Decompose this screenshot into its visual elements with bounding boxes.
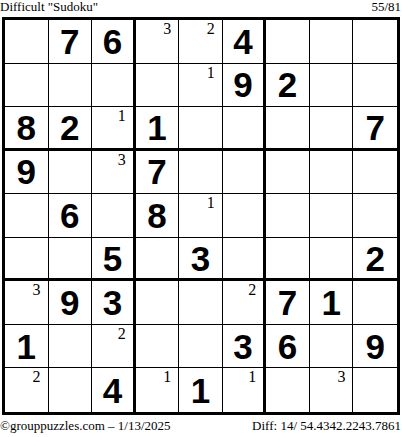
cell-r1c9[interactable] <box>353 20 397 64</box>
cell-r8c3[interactable]: 2 <box>92 325 136 369</box>
cell-r7c2[interactable]: 9 <box>49 281 93 325</box>
cell-r5c1[interactable] <box>5 194 49 238</box>
cell-r1c5[interactable]: 2 <box>179 20 223 64</box>
given-digit: 4 <box>233 24 252 59</box>
cell-r6c2[interactable] <box>49 238 93 282</box>
given-digit: 3 <box>103 285 122 320</box>
cell-r4c1[interactable]: 9 <box>5 151 49 195</box>
cell-r4c9[interactable] <box>353 151 397 195</box>
pencil-mark: 2 <box>118 325 126 342</box>
cell-r6c5[interactable]: 3 <box>179 238 223 282</box>
cell-r3c4[interactable]: 1 <box>136 107 180 151</box>
pencil-mark: 1 <box>163 368 171 385</box>
cell-r1c8[interactable] <box>310 20 354 64</box>
cell-r5c4[interactable]: 8 <box>136 194 180 238</box>
given-digit: 2 <box>60 110 79 145</box>
cell-r4c3[interactable]: 3 <box>92 151 136 195</box>
given-digit: 1 <box>191 373 210 408</box>
cell-r8c7[interactable]: 6 <box>266 325 310 369</box>
sudoku-board: 763241928211793768153239327112369241113 <box>2 17 400 415</box>
given-digit: 1 <box>17 329 36 364</box>
cell-r3c2[interactable]: 2 <box>49 107 93 151</box>
given-digit: 1 <box>147 110 166 145</box>
page-title: Difficult "Sudoku" <box>0 0 98 14</box>
cell-r8c1[interactable]: 1 <box>5 325 49 369</box>
cell-r9c4[interactable]: 1 <box>136 368 180 412</box>
cell-r9c9[interactable] <box>353 368 397 412</box>
given-digit: 7 <box>365 110 384 145</box>
cell-r4c2[interactable] <box>49 151 93 195</box>
cell-r3c8[interactable] <box>310 107 354 151</box>
cell-r1c2[interactable]: 7 <box>49 20 93 64</box>
cell-r7c1[interactable]: 3 <box>5 281 49 325</box>
cell-r3c9[interactable]: 7 <box>353 107 397 151</box>
cell-r9c8[interactable]: 3 <box>310 368 354 412</box>
cell-r6c8[interactable] <box>310 238 354 282</box>
pencil-mark: 3 <box>118 151 126 168</box>
cell-r2c1[interactable] <box>5 64 49 108</box>
cell-r7c4[interactable] <box>136 281 180 325</box>
cell-r6c1[interactable] <box>5 238 49 282</box>
cell-r4c6[interactable] <box>223 151 267 195</box>
cell-r9c3[interactable]: 4 <box>92 368 136 412</box>
pencil-mark: 1 <box>248 368 256 385</box>
cell-r3c3[interactable]: 1 <box>92 107 136 151</box>
given-digit: 9 <box>365 329 384 364</box>
cell-r8c5[interactable] <box>179 325 223 369</box>
cell-r5c5[interactable]: 1 <box>179 194 223 238</box>
given-digit: 9 <box>17 154 36 189</box>
cell-r3c5[interactable] <box>179 107 223 151</box>
cell-r9c2[interactable] <box>49 368 93 412</box>
cell-r4c5[interactable] <box>179 151 223 195</box>
cell-r6c7[interactable] <box>266 238 310 282</box>
cell-r1c7[interactable] <box>266 20 310 64</box>
cell-r6c4[interactable] <box>136 238 180 282</box>
pencil-mark: 1 <box>207 64 215 81</box>
given-digit: 6 <box>60 198 79 233</box>
cell-r5c6[interactable] <box>223 194 267 238</box>
cell-r8c2[interactable] <box>49 325 93 369</box>
cell-r1c3[interactable]: 6 <box>92 20 136 64</box>
cell-r9c5[interactable]: 1 <box>179 368 223 412</box>
cell-r8c4[interactable] <box>136 325 180 369</box>
pencil-mark: 3 <box>337 368 345 385</box>
cell-r8c6[interactable]: 3 <box>223 325 267 369</box>
cell-r4c4[interactable]: 7 <box>136 151 180 195</box>
pencil-mark: 3 <box>163 20 171 37</box>
cell-r3c6[interactable] <box>223 107 267 151</box>
pencil-mark: 1 <box>118 107 126 124</box>
cell-r5c3[interactable] <box>92 194 136 238</box>
given-digit: 8 <box>147 198 166 233</box>
given-digit: 9 <box>60 285 79 320</box>
given-digit: 7 <box>60 24 79 59</box>
pencil-mark: 1 <box>207 194 215 211</box>
given-digit: 3 <box>191 241 210 276</box>
given-digit: 8 <box>17 110 36 145</box>
cell-r7c5[interactable] <box>179 281 223 325</box>
cell-r7c6[interactable]: 2 <box>223 281 267 325</box>
given-digit: 2 <box>278 67 297 102</box>
cell-r1c1[interactable] <box>5 20 49 64</box>
given-digit: 9 <box>233 67 252 102</box>
pencil-mark: 2 <box>207 20 215 37</box>
given-digit: 1 <box>321 285 340 320</box>
given-digit: 3 <box>233 329 252 364</box>
pencil-mark: 2 <box>248 281 256 298</box>
copyright-text: ©grouppuzzles.com – 1/13/2025 <box>0 419 171 433</box>
cell-r5c7[interactable] <box>266 194 310 238</box>
cell-r9c7[interactable] <box>266 368 310 412</box>
cell-r8c8[interactable] <box>310 325 354 369</box>
cell-r4c7[interactable] <box>266 151 310 195</box>
cell-r2c2[interactable] <box>49 64 93 108</box>
cell-r1c4[interactable]: 3 <box>136 20 180 64</box>
cell-r6c3[interactable]: 5 <box>92 238 136 282</box>
footer: ©grouppuzzles.com – 1/13/2025 Diff: 14/ … <box>0 415 402 433</box>
given-digit: 4 <box>103 373 122 408</box>
given-digit: 5 <box>103 241 122 276</box>
cell-r7c7[interactable]: 7 <box>266 281 310 325</box>
cell-r2c9[interactable] <box>353 64 397 108</box>
given-digit: 6 <box>278 329 297 364</box>
cell-r2c6[interactable]: 9 <box>223 64 267 108</box>
cell-r1c6[interactable]: 4 <box>223 20 267 64</box>
header: Difficult "Sudoku" 55/81 <box>0 0 402 17</box>
cell-r2c3[interactable] <box>92 64 136 108</box>
cell-r9c1[interactable]: 2 <box>5 368 49 412</box>
given-digit: 7 <box>147 154 166 189</box>
cell-r4c8[interactable] <box>310 151 354 195</box>
cell-r3c1[interactable]: 8 <box>5 107 49 151</box>
cell-r7c9[interactable] <box>353 281 397 325</box>
cell-r2c4[interactable] <box>136 64 180 108</box>
cell-r3c7[interactable] <box>266 107 310 151</box>
pencil-mark: 3 <box>33 281 41 298</box>
cell-r2c5[interactable]: 1 <box>179 64 223 108</box>
cell-r5c2[interactable]: 6 <box>49 194 93 238</box>
cell-r5c8[interactable] <box>310 194 354 238</box>
difficulty-text: Diff: 14/ 54.4342.2243.7861 <box>252 419 401 433</box>
cell-r6c6[interactable] <box>223 238 267 282</box>
cell-r2c8[interactable] <box>310 64 354 108</box>
cell-r8c9[interactable]: 9 <box>353 325 397 369</box>
cell-r7c8[interactable]: 1 <box>310 281 354 325</box>
pencil-mark: 2 <box>33 368 41 385</box>
cell-r7c3[interactable]: 3 <box>92 281 136 325</box>
cell-r2c7[interactable]: 2 <box>266 64 310 108</box>
given-digit: 6 <box>103 24 122 59</box>
cell-r5c9[interactable] <box>353 194 397 238</box>
cell-counter: 55/81 <box>371 0 401 14</box>
cell-r6c9[interactable]: 2 <box>353 238 397 282</box>
given-digit: 7 <box>278 285 297 320</box>
cell-r9c6[interactable]: 1 <box>223 368 267 412</box>
puzzle-page: Difficult "Sudoku" 55/81 763241928211793… <box>0 0 402 437</box>
given-digit: 2 <box>365 241 384 276</box>
